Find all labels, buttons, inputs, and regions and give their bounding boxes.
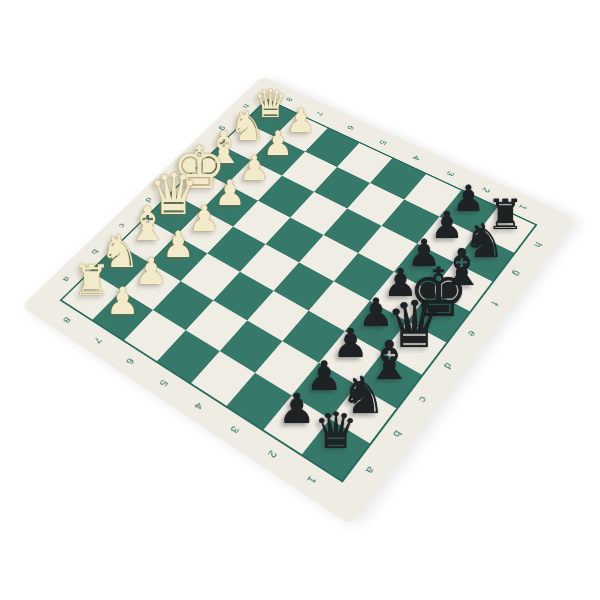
piece-black-queen-a1[interactable]: ♛: [306, 406, 366, 456]
piece-white-pawn-a7[interactable]: ♟: [100, 283, 145, 321]
chess-set-photo: aa88bb77cc66dd55ee44ff33gg22hh11 ♜♞♝♛♚♝♞…: [0, 0, 600, 600]
